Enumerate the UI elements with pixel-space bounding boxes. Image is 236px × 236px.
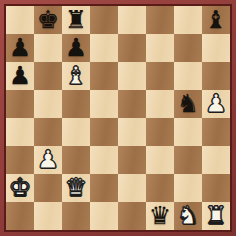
black-pawn-c7[interactable]: ♟ — [65, 35, 87, 60]
square-g7[interactable] — [174, 34, 202, 62]
square-a8[interactable] — [6, 6, 34, 34]
square-b2[interactable] — [34, 174, 62, 202]
square-b5[interactable] — [34, 90, 62, 118]
black-pawn-a7[interactable]: ♟ — [9, 35, 31, 60]
square-a3[interactable] — [6, 146, 34, 174]
square-f6[interactable] — [146, 62, 174, 90]
square-e5[interactable] — [118, 90, 146, 118]
board-frame: ♚♜♝♟♟♟♝♞♟♟♚♛♛♞♜ — [0, 0, 236, 236]
square-g1[interactable]: ♞ — [174, 202, 202, 230]
square-g6[interactable] — [174, 62, 202, 90]
white-queen-c2[interactable]: ♛ — [65, 175, 87, 200]
square-d2[interactable] — [90, 174, 118, 202]
square-a4[interactable] — [6, 118, 34, 146]
square-a5[interactable] — [6, 90, 34, 118]
square-c3[interactable] — [62, 146, 90, 174]
square-e8[interactable] — [118, 6, 146, 34]
square-c8[interactable]: ♜ — [62, 6, 90, 34]
black-pawn-a6[interactable]: ♟ — [9, 63, 31, 88]
square-f7[interactable] — [146, 34, 174, 62]
white-knight-g1[interactable]: ♞ — [177, 203, 199, 228]
square-c1[interactable] — [62, 202, 90, 230]
white-bishop-c6[interactable]: ♝ — [65, 63, 87, 88]
square-d7[interactable] — [90, 34, 118, 62]
black-queen-f1[interactable]: ♛ — [149, 203, 171, 228]
square-c4[interactable] — [62, 118, 90, 146]
chess-board: ♚♜♝♟♟♟♝♞♟♟♚♛♛♞♜ — [4, 4, 232, 232]
square-h4[interactable] — [202, 118, 230, 146]
square-g4[interactable] — [174, 118, 202, 146]
square-a6[interactable]: ♟ — [6, 62, 34, 90]
black-king-b8[interactable]: ♚ — [37, 7, 59, 32]
square-b4[interactable] — [34, 118, 62, 146]
square-f1[interactable]: ♛ — [146, 202, 174, 230]
square-c6[interactable]: ♝ — [62, 62, 90, 90]
square-d1[interactable] — [90, 202, 118, 230]
square-d5[interactable] — [90, 90, 118, 118]
square-f2[interactable] — [146, 174, 174, 202]
square-h2[interactable] — [202, 174, 230, 202]
square-f3[interactable] — [146, 146, 174, 174]
square-h5[interactable]: ♟ — [202, 90, 230, 118]
square-e7[interactable] — [118, 34, 146, 62]
square-b7[interactable] — [34, 34, 62, 62]
white-pawn-h5[interactable]: ♟ — [205, 91, 227, 116]
square-c2[interactable]: ♛ — [62, 174, 90, 202]
white-pawn-b3[interactable]: ♟ — [37, 147, 59, 172]
square-h7[interactable] — [202, 34, 230, 62]
square-f8[interactable] — [146, 6, 174, 34]
square-h3[interactable] — [202, 146, 230, 174]
square-b6[interactable] — [34, 62, 62, 90]
square-b1[interactable] — [34, 202, 62, 230]
square-e3[interactable] — [118, 146, 146, 174]
square-d3[interactable] — [90, 146, 118, 174]
black-knight-g5[interactable]: ♞ — [177, 91, 199, 116]
square-c7[interactable]: ♟ — [62, 34, 90, 62]
square-g3[interactable] — [174, 146, 202, 174]
square-g5[interactable]: ♞ — [174, 90, 202, 118]
square-d4[interactable] — [90, 118, 118, 146]
square-a1[interactable] — [6, 202, 34, 230]
black-rook-c8[interactable]: ♜ — [65, 7, 87, 32]
square-d8[interactable] — [90, 6, 118, 34]
square-b3[interactable]: ♟ — [34, 146, 62, 174]
square-a7[interactable]: ♟ — [6, 34, 34, 62]
square-g8[interactable] — [174, 6, 202, 34]
square-e1[interactable] — [118, 202, 146, 230]
square-b8[interactable]: ♚ — [34, 6, 62, 34]
square-g2[interactable] — [174, 174, 202, 202]
square-a2[interactable]: ♚ — [6, 174, 34, 202]
white-king-a2[interactable]: ♚ — [9, 175, 31, 200]
square-f5[interactable] — [146, 90, 174, 118]
black-bishop-h8[interactable]: ♝ — [205, 7, 227, 32]
square-h6[interactable] — [202, 62, 230, 90]
white-rook-h1[interactable]: ♜ — [205, 203, 227, 228]
square-d6[interactable] — [90, 62, 118, 90]
square-f4[interactable] — [146, 118, 174, 146]
square-h1[interactable]: ♜ — [202, 202, 230, 230]
square-h8[interactable]: ♝ — [202, 6, 230, 34]
square-e4[interactable] — [118, 118, 146, 146]
square-e2[interactable] — [118, 174, 146, 202]
square-e6[interactable] — [118, 62, 146, 90]
square-c5[interactable] — [62, 90, 90, 118]
